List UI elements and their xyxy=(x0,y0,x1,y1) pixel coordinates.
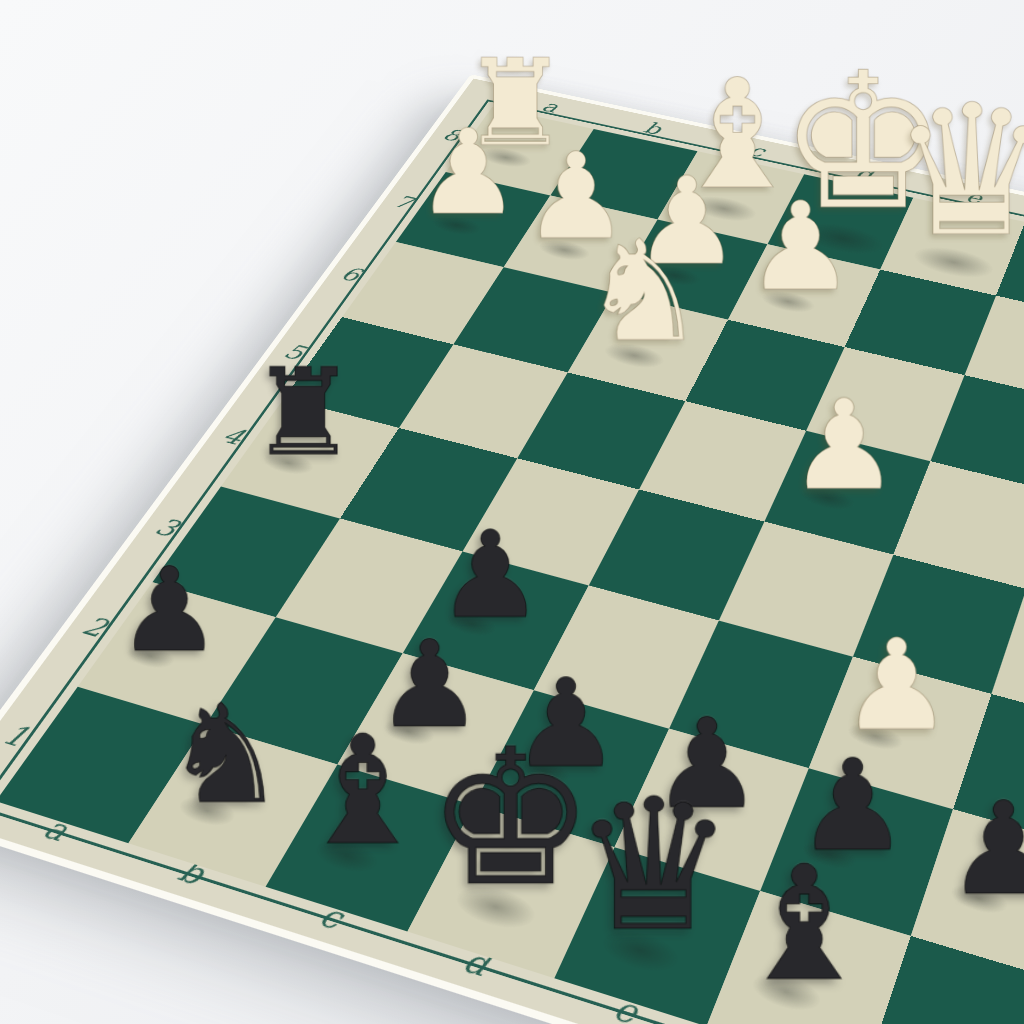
file-label-d: d xyxy=(804,151,924,197)
square-f6[interactable] xyxy=(930,375,1024,492)
white-pawn-e5[interactable]: ♟ xyxy=(777,388,910,502)
rank-label-5: 5 xyxy=(245,308,342,398)
square-d8[interactable]: ♚ xyxy=(767,174,913,269)
square-f8[interactable] xyxy=(996,222,1024,322)
rank-label-7: 7 xyxy=(359,164,445,242)
white-queen-e8[interactable]: ♛ xyxy=(891,88,1009,254)
white-king-d8[interactable]: ♚ xyxy=(779,56,896,229)
white-pawn-shadow xyxy=(633,256,716,295)
white-knight-shadow xyxy=(586,333,682,380)
photo-canvas: abcdefgh abcdefgh 87654321 87654321 ♜♝♚♛… xyxy=(0,0,1024,1024)
square-c7[interactable]: ♟ xyxy=(614,220,767,320)
square-a8[interactable]: ♜ xyxy=(446,107,594,195)
white-king-shadow xyxy=(778,209,907,269)
black-pawn-a2[interactable]: ♟ xyxy=(98,557,241,664)
white-rook-shadow xyxy=(464,139,547,175)
square-b7[interactable]: ♟ xyxy=(504,196,658,294)
white-pawn-c7[interactable]: ♟ xyxy=(627,166,747,277)
black-pawn-g2[interactable]: ♟ xyxy=(925,791,1024,909)
white-pawn-a7[interactable]: ♟ xyxy=(410,119,527,227)
square-a5[interactable] xyxy=(284,317,453,428)
square-c8[interactable]: ♝ xyxy=(658,151,805,244)
rank-label-6: 6 xyxy=(305,233,396,317)
white-queen-shadow xyxy=(891,234,1014,292)
square-d5[interactable] xyxy=(639,401,806,521)
square-f1[interactable]: ♝ xyxy=(707,891,911,1024)
black-knight-b1[interactable]: ♞ xyxy=(149,692,301,817)
square-a4[interactable]: ♜ xyxy=(221,398,399,518)
rank-label-4: 4 xyxy=(181,388,284,486)
square-d7[interactable]: ♟ xyxy=(728,244,880,347)
square-b8[interactable] xyxy=(550,129,697,220)
white-bishop-shadow xyxy=(671,185,775,232)
file-label-c: c xyxy=(698,129,816,174)
square-a7[interactable]: ♟ xyxy=(396,172,550,267)
file-labels-top: abcdefgh xyxy=(492,86,1024,298)
white-pawn-d7[interactable]: ♟ xyxy=(740,191,861,303)
square-e8[interactable]: ♛ xyxy=(880,198,1024,296)
white-pawn-b7[interactable]: ♟ xyxy=(517,142,635,251)
white-pawn-shadow xyxy=(415,207,497,244)
square-c5[interactable] xyxy=(517,372,685,489)
square-b5[interactable] xyxy=(399,344,568,458)
black-queen-e1[interactable]: ♛ xyxy=(572,783,732,950)
square-d6[interactable] xyxy=(685,320,844,431)
square-a6[interactable] xyxy=(342,242,504,344)
file-label-e: e xyxy=(913,174,1024,222)
file-label-b: b xyxy=(594,107,711,151)
white-pawn-f3[interactable]: ♟ xyxy=(823,629,971,745)
white-bishop-c8[interactable]: ♝ xyxy=(669,66,784,205)
board-positioner: abcdefgh abcdefgh 87654321 87654321 ♜♝♚♛… xyxy=(178,0,1024,1024)
file-label-a: a xyxy=(492,86,608,129)
square-e6[interactable] xyxy=(806,347,964,461)
black-rook-a4[interactable]: ♜ xyxy=(238,358,369,468)
white-pawn-shadow xyxy=(523,231,605,269)
square-e5[interactable]: ♟ xyxy=(764,431,930,555)
square-f7[interactable] xyxy=(965,296,1024,404)
square-f5[interactable] xyxy=(893,461,1024,589)
black-bishop-c1[interactable]: ♝ xyxy=(286,722,441,860)
black-king-d1[interactable]: ♚ xyxy=(426,731,583,904)
white-pawn-shadow xyxy=(746,282,830,322)
square-b6[interactable] xyxy=(453,267,614,372)
chessboard: abcdefgh abcdefgh 87654321 87654321 ♜♝♚♛… xyxy=(0,74,1024,1024)
square-e7[interactable] xyxy=(845,270,996,376)
square-c6[interactable]: ♞ xyxy=(568,293,728,401)
white-pawn-shadow xyxy=(785,476,870,521)
rank-label-8: 8 xyxy=(410,100,492,172)
white-rook-a8[interactable]: ♜ xyxy=(459,48,571,158)
black-rook-shadow xyxy=(246,442,330,484)
white-knight-c6[interactable]: ♞ xyxy=(581,227,705,355)
square-g2[interactable]: ♟ xyxy=(911,809,1024,983)
black-bishop-f1[interactable]: ♝ xyxy=(723,852,886,998)
